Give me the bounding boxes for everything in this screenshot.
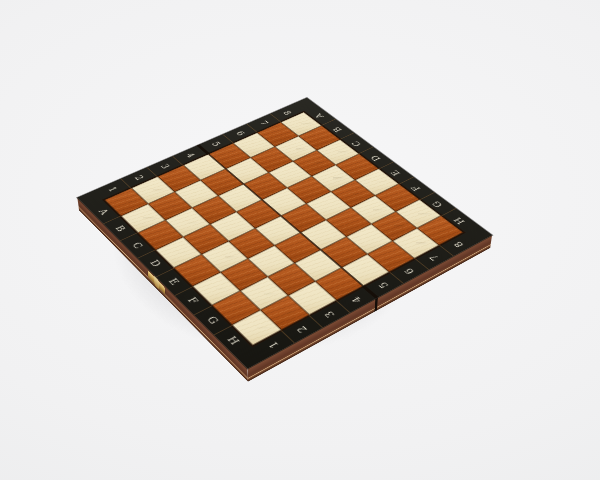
rank-label-text: 1	[265, 339, 281, 350]
file-label-text: B	[113, 224, 129, 233]
scene: ABCDEFGH ABCDEFGH 87654321 87654321 ♜♞♝♛…	[0, 0, 600, 480]
file-label-text: E	[166, 276, 182, 286]
file-label-text: H	[224, 334, 242, 346]
rank-label-text: 5	[209, 140, 223, 147]
file-label-text: G	[204, 314, 221, 326]
rank-label-text: 7	[427, 253, 442, 262]
rank-label-text: 5	[375, 280, 390, 290]
rank-label-text: 6	[401, 266, 416, 276]
black-pawn: ♟	[399, 208, 432, 245]
rank-label-text: 4	[349, 294, 365, 304]
file-label-text: D	[147, 258, 163, 268]
rank-label-text: 8	[451, 240, 466, 249]
white-rook: ♜	[234, 279, 280, 330]
rank-label-text: 2	[294, 324, 310, 335]
rank-label-text: 4	[184, 151, 198, 159]
file-label-text: F	[185, 295, 201, 305]
fold-seam-side-gap	[374, 297, 377, 311]
rank-label-text: 6	[233, 130, 246, 137]
file-label-text: A	[96, 207, 111, 216]
file-label-text: C	[130, 241, 146, 251]
rank-label-text: 3	[322, 309, 338, 319]
